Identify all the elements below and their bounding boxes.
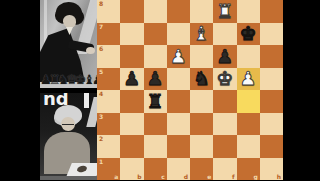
rank-label-4: 4: [99, 90, 103, 97]
square-g4[interactable]: [237, 90, 260, 113]
square-e1[interactable]: e: [190, 158, 213, 181]
square-h7[interactable]: [260, 23, 283, 46]
square-e4[interactable]: [190, 90, 213, 113]
square-h1[interactable]: h: [260, 158, 283, 181]
square-g3[interactable]: [237, 113, 260, 136]
square-g8[interactable]: [237, 0, 260, 23]
piece-white-pawn[interactable]: ♟: [167, 45, 190, 68]
piece-black-pawn[interactable]: ♟: [213, 45, 236, 68]
file-label-h: h: [277, 173, 281, 180]
piece-black-knight[interactable]: ♞: [190, 68, 213, 91]
square-a2[interactable]: 2: [97, 135, 120, 158]
rank-label-2: 2: [99, 135, 103, 142]
piece-white-pawn[interactable]: ♟: [237, 68, 260, 91]
rank-label-5: 5: [99, 68, 103, 75]
square-a6[interactable]: 6: [97, 45, 120, 68]
file-label-e: e: [207, 173, 211, 180]
square-c5[interactable]: ♟: [144, 68, 167, 91]
square-b6[interactable]: [120, 45, 143, 68]
square-d7[interactable]: [167, 23, 190, 46]
file-label-d: d: [184, 173, 188, 180]
square-e7[interactable]: ♝: [190, 23, 213, 46]
banner-letter-fragment: [84, 93, 89, 108]
photo-desk-edge: [40, 176, 97, 180]
square-d8[interactable]: [167, 0, 190, 23]
square-h6[interactable]: [260, 45, 283, 68]
piece-black-pawn[interactable]: ♟: [144, 68, 167, 91]
square-a1[interactable]: 1a: [97, 158, 120, 181]
square-d6[interactable]: ♟: [167, 45, 190, 68]
file-label-c: c: [161, 173, 165, 180]
square-f2[interactable]: [213, 135, 236, 158]
piece-white-king[interactable]: ♚: [213, 68, 236, 91]
square-a7[interactable]: 7: [97, 23, 120, 46]
square-h5[interactable]: [260, 68, 283, 91]
file-label-f: f: [232, 173, 235, 180]
square-a8[interactable]: 8: [97, 0, 120, 23]
square-f1[interactable]: f: [213, 158, 236, 181]
square-b4[interactable]: [120, 90, 143, 113]
square-c6[interactable]: [144, 45, 167, 68]
square-f4[interactable]: [213, 90, 236, 113]
square-e3[interactable]: [190, 113, 213, 136]
square-e8[interactable]: [190, 0, 213, 23]
square-e2[interactable]: [190, 135, 213, 158]
square-g6[interactable]: [237, 45, 260, 68]
square-c2[interactable]: [144, 135, 167, 158]
player-hand-shape: [86, 47, 95, 54]
piece-black-rook[interactable]: ♜: [144, 90, 167, 113]
rank-label-7: 7: [99, 23, 103, 30]
piece-white-rook[interactable]: ♜: [213, 0, 236, 23]
photo-bottom-player: nd: [40, 93, 97, 180]
square-c4[interactable]: ♜: [144, 90, 167, 113]
rank-label-8: 8: [99, 0, 103, 7]
piece-white-bishop[interactable]: ♝: [190, 23, 213, 46]
square-d4[interactable]: [167, 90, 190, 113]
square-f8[interactable]: ♜: [213, 0, 236, 23]
player-face-shape: [63, 15, 76, 28]
chess-board[interactable]: 8♜7♝♚6♟♟5♟♟♞♚♟4♜321abcdefgh: [97, 0, 283, 180]
square-b8[interactable]: [120, 0, 143, 23]
square-d3[interactable]: [167, 113, 190, 136]
piece-black-king[interactable]: ♚: [237, 23, 260, 46]
square-g2[interactable]: [237, 135, 260, 158]
square-h8[interactable]: [260, 0, 283, 23]
rank-label-3: 3: [99, 113, 103, 120]
player-glasses-shape: [62, 124, 74, 127]
square-e5[interactable]: ♞: [190, 68, 213, 91]
square-a5[interactable]: 5: [97, 68, 120, 91]
square-f5[interactable]: ♚: [213, 68, 236, 91]
file-label-g: g: [253, 173, 257, 180]
square-g1[interactable]: g: [237, 158, 260, 181]
square-b1[interactable]: b: [120, 158, 143, 181]
rank-label-6: 6: [99, 45, 103, 52]
photo-top-player: ♟♜♞♛♚♝♟♜: [40, 0, 97, 88]
square-b2[interactable]: [120, 135, 143, 158]
square-b5[interactable]: ♟: [120, 68, 143, 91]
video-frame: ♟♜♞♛♚♝♟♜ nd 8♜7♝♚6♟♟5♟♟♞♚♟4♜321abcdefgh: [0, 0, 320, 180]
square-a3[interactable]: 3: [97, 113, 120, 136]
square-f7[interactable]: [213, 23, 236, 46]
square-c8[interactable]: [144, 0, 167, 23]
square-f6[interactable]: ♟: [213, 45, 236, 68]
square-b7[interactable]: [120, 23, 143, 46]
rank-label-1: 1: [99, 158, 103, 165]
file-label-a: a: [114, 173, 118, 180]
piece-black-pawn[interactable]: ♟: [120, 68, 143, 91]
square-h2[interactable]: [260, 135, 283, 158]
square-a4[interactable]: 4: [97, 90, 120, 113]
square-d1[interactable]: d: [167, 158, 190, 181]
square-c1[interactable]: c: [144, 158, 167, 181]
square-c7[interactable]: [144, 23, 167, 46]
square-b3[interactable]: [120, 113, 143, 136]
square-e6[interactable]: [190, 45, 213, 68]
square-c3[interactable]: [144, 113, 167, 136]
square-h3[interactable]: [260, 113, 283, 136]
file-label-b: b: [137, 173, 141, 180]
square-g5[interactable]: ♟: [237, 68, 260, 91]
square-f3[interactable]: [213, 113, 236, 136]
square-g7[interactable]: ♚: [237, 23, 260, 46]
square-d5[interactable]: [167, 68, 190, 91]
photo-chess-pieces-silhouette: ♟♜♞♛♚♝♟♜: [40, 73, 97, 86]
square-d2[interactable]: [167, 135, 190, 158]
square-h4[interactable]: [260, 90, 283, 113]
